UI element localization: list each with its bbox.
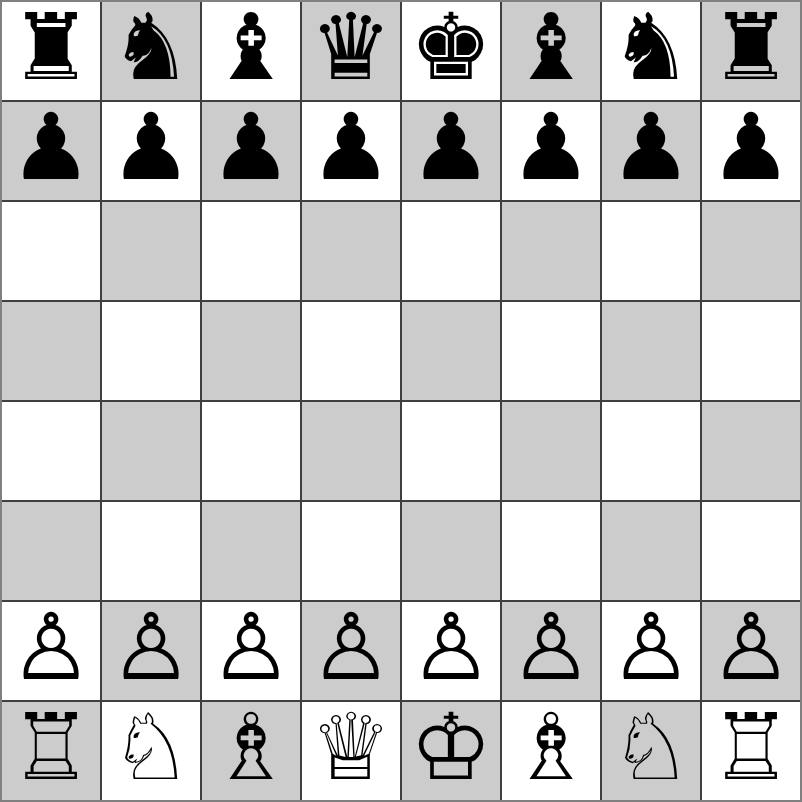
piece-black-pawn[interactable]: ♟: [610, 102, 692, 194]
piece-white-pawn[interactable]: ♙: [10, 602, 92, 694]
square-d2[interactable]: ♙: [302, 602, 400, 700]
square-g3[interactable]: [602, 502, 700, 600]
square-f3[interactable]: [502, 502, 600, 600]
piece-white-pawn[interactable]: ♙: [410, 602, 492, 694]
square-a1[interactable]: ♖: [2, 702, 100, 800]
square-g4[interactable]: [602, 402, 700, 500]
piece-white-pawn[interactable]: ♙: [610, 602, 692, 694]
square-a2[interactable]: ♙: [2, 602, 100, 700]
square-f4[interactable]: [502, 402, 600, 500]
square-g5[interactable]: [602, 302, 700, 400]
square-d6[interactable]: [302, 202, 400, 300]
piece-black-knight[interactable]: ♞: [110, 2, 192, 94]
piece-white-knight[interactable]: ♘: [610, 702, 692, 794]
piece-black-pawn[interactable]: ♟: [210, 102, 292, 194]
piece-black-pawn[interactable]: ♟: [510, 102, 592, 194]
square-c6[interactable]: [202, 202, 300, 300]
square-b8[interactable]: ♞: [102, 2, 200, 100]
square-g2[interactable]: ♙: [602, 602, 700, 700]
square-a3[interactable]: [2, 502, 100, 600]
square-b7[interactable]: ♟: [102, 102, 200, 200]
square-c2[interactable]: ♙: [202, 602, 300, 700]
piece-white-rook[interactable]: ♖: [10, 702, 92, 794]
square-h5[interactable]: [702, 302, 800, 400]
square-d4[interactable]: [302, 402, 400, 500]
piece-white-bishop[interactable]: ♗: [210, 702, 292, 794]
piece-white-pawn[interactable]: ♙: [110, 602, 192, 694]
square-b1[interactable]: ♘: [102, 702, 200, 800]
square-h1[interactable]: ♖: [702, 702, 800, 800]
piece-black-pawn[interactable]: ♟: [110, 102, 192, 194]
square-a4[interactable]: [2, 402, 100, 500]
square-e1[interactable]: ♔: [402, 702, 500, 800]
square-c4[interactable]: [202, 402, 300, 500]
square-f2[interactable]: ♙: [502, 602, 600, 700]
square-a8[interactable]: ♜: [2, 2, 100, 100]
square-b2[interactable]: ♙: [102, 602, 200, 700]
square-c7[interactable]: ♟: [202, 102, 300, 200]
square-h6[interactable]: [702, 202, 800, 300]
piece-black-pawn[interactable]: ♟: [310, 102, 392, 194]
piece-black-bishop[interactable]: ♝: [510, 2, 592, 94]
square-d7[interactable]: ♟: [302, 102, 400, 200]
square-g6[interactable]: [602, 202, 700, 300]
square-g7[interactable]: ♟: [602, 102, 700, 200]
square-c8[interactable]: ♝: [202, 2, 300, 100]
square-d3[interactable]: [302, 502, 400, 600]
square-h4[interactable]: [702, 402, 800, 500]
piece-white-rook[interactable]: ♖: [710, 702, 792, 794]
piece-black-pawn[interactable]: ♟: [10, 102, 92, 194]
square-e7[interactable]: ♟: [402, 102, 500, 200]
piece-white-pawn[interactable]: ♙: [510, 602, 592, 694]
square-g1[interactable]: ♘: [602, 702, 700, 800]
square-a7[interactable]: ♟: [2, 102, 100, 200]
square-b5[interactable]: [102, 302, 200, 400]
piece-white-pawn[interactable]: ♙: [210, 602, 292, 694]
square-e2[interactable]: ♙: [402, 602, 500, 700]
square-f5[interactable]: [502, 302, 600, 400]
square-b6[interactable]: [102, 202, 200, 300]
square-e4[interactable]: [402, 402, 500, 500]
piece-black-rook[interactable]: ♜: [710, 2, 792, 94]
square-h2[interactable]: ♙: [702, 602, 800, 700]
square-e8[interactable]: ♚: [402, 2, 500, 100]
piece-black-queen[interactable]: ♛: [310, 2, 392, 94]
piece-white-pawn[interactable]: ♙: [710, 602, 792, 694]
square-e5[interactable]: [402, 302, 500, 400]
piece-black-rook[interactable]: ♜: [10, 2, 92, 94]
square-f1[interactable]: ♗: [502, 702, 600, 800]
square-c3[interactable]: [202, 502, 300, 600]
piece-black-knight[interactable]: ♞: [610, 2, 692, 94]
square-c1[interactable]: ♗: [202, 702, 300, 800]
piece-white-bishop[interactable]: ♗: [510, 702, 592, 794]
piece-black-bishop[interactable]: ♝: [210, 2, 292, 94]
square-a6[interactable]: [2, 202, 100, 300]
chess-board: ♜♞♝♛♚♝♞♜♟♟♟♟♟♟♟♟♙♙♙♙♙♙♙♙♖♘♗♕♔♗♘♖: [0, 0, 802, 802]
square-d8[interactable]: ♛: [302, 2, 400, 100]
square-h3[interactable]: [702, 502, 800, 600]
square-b3[interactable]: [102, 502, 200, 600]
square-g8[interactable]: ♞: [602, 2, 700, 100]
piece-white-pawn[interactable]: ♙: [310, 602, 392, 694]
square-h7[interactable]: ♟: [702, 102, 800, 200]
square-f7[interactable]: ♟: [502, 102, 600, 200]
square-e3[interactable]: [402, 502, 500, 600]
piece-white-queen[interactable]: ♕: [310, 702, 392, 794]
square-h8[interactable]: ♜: [702, 2, 800, 100]
square-c5[interactable]: [202, 302, 300, 400]
piece-white-knight[interactable]: ♘: [110, 702, 192, 794]
piece-black-king[interactable]: ♚: [410, 2, 492, 94]
square-d1[interactable]: ♕: [302, 702, 400, 800]
square-a5[interactable]: [2, 302, 100, 400]
square-e6[interactable]: [402, 202, 500, 300]
square-d5[interactable]: [302, 302, 400, 400]
square-f6[interactable]: [502, 202, 600, 300]
piece-white-king[interactable]: ♔: [410, 702, 492, 794]
piece-black-pawn[interactable]: ♟: [410, 102, 492, 194]
square-f8[interactable]: ♝: [502, 2, 600, 100]
piece-black-pawn[interactable]: ♟: [710, 102, 792, 194]
square-b4[interactable]: [102, 402, 200, 500]
